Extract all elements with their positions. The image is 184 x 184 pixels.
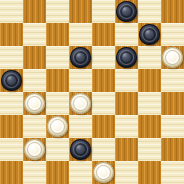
square-d8[interactable] (69, 0, 92, 23)
square-d4[interactable] (69, 92, 92, 115)
black-man-d6[interactable] (70, 47, 91, 68)
square-b8[interactable] (23, 0, 46, 23)
square-e1[interactable] (92, 161, 115, 184)
black-man-a5[interactable] (1, 70, 22, 91)
square-e8[interactable] (92, 0, 115, 23)
square-b2[interactable] (23, 138, 46, 161)
square-d3[interactable] (69, 115, 92, 138)
square-d7[interactable] (69, 23, 92, 46)
square-e2[interactable] (92, 138, 115, 161)
black-man-f8[interactable] (116, 1, 137, 22)
black-man-d2[interactable] (70, 139, 91, 160)
square-g2[interactable] (138, 138, 161, 161)
square-c8[interactable] (46, 0, 69, 23)
square-g4[interactable] (138, 92, 161, 115)
square-f3[interactable] (115, 115, 138, 138)
black-man-f6[interactable] (116, 47, 137, 68)
square-a2[interactable] (0, 138, 23, 161)
square-f4[interactable] (115, 92, 138, 115)
square-b6[interactable] (23, 46, 46, 69)
white-man-b4[interactable] (24, 93, 45, 114)
square-g3[interactable] (138, 115, 161, 138)
square-e3[interactable] (92, 115, 115, 138)
square-g6[interactable] (138, 46, 161, 69)
square-h7[interactable] (161, 23, 184, 46)
square-c6[interactable] (46, 46, 69, 69)
square-c4[interactable] (46, 92, 69, 115)
square-f8[interactable] (115, 0, 138, 23)
square-b1[interactable] (23, 161, 46, 184)
square-e6[interactable] (92, 46, 115, 69)
square-h3[interactable] (161, 115, 184, 138)
square-d2[interactable] (69, 138, 92, 161)
square-e4[interactable] (92, 92, 115, 115)
square-a3[interactable] (0, 115, 23, 138)
square-b5[interactable] (23, 69, 46, 92)
square-g8[interactable] (138, 0, 161, 23)
square-c1[interactable] (46, 161, 69, 184)
square-d5[interactable] (69, 69, 92, 92)
square-a4[interactable] (0, 92, 23, 115)
square-c5[interactable] (46, 69, 69, 92)
square-f7[interactable] (115, 23, 138, 46)
square-f2[interactable] (115, 138, 138, 161)
square-a1[interactable] (0, 161, 23, 184)
square-h5[interactable] (161, 69, 184, 92)
square-f5[interactable] (115, 69, 138, 92)
square-d6[interactable] (69, 46, 92, 69)
square-e5[interactable] (92, 69, 115, 92)
square-e7[interactable] (92, 23, 115, 46)
square-b4[interactable] (23, 92, 46, 115)
square-g5[interactable] (138, 69, 161, 92)
square-f6[interactable] (115, 46, 138, 69)
square-g7[interactable] (138, 23, 161, 46)
square-h4[interactable] (161, 92, 184, 115)
square-h8[interactable] (161, 0, 184, 23)
square-g1[interactable] (138, 161, 161, 184)
square-h6[interactable] (161, 46, 184, 69)
square-h1[interactable] (161, 161, 184, 184)
square-d1[interactable] (69, 161, 92, 184)
white-man-d4[interactable] (70, 93, 91, 114)
white-man-c3[interactable] (47, 116, 68, 137)
square-c7[interactable] (46, 23, 69, 46)
square-c3[interactable] (46, 115, 69, 138)
square-a5[interactable] (0, 69, 23, 92)
square-a6[interactable] (0, 46, 23, 69)
white-man-e1[interactable] (93, 162, 114, 183)
square-a7[interactable] (0, 23, 23, 46)
square-f1[interactable] (115, 161, 138, 184)
square-b7[interactable] (23, 23, 46, 46)
square-a8[interactable] (0, 0, 23, 23)
black-man-g7[interactable] (139, 24, 160, 45)
white-man-h6[interactable] (162, 47, 183, 68)
square-b3[interactable] (23, 115, 46, 138)
square-c2[interactable] (46, 138, 69, 161)
checkers-board (0, 0, 184, 184)
square-h2[interactable] (161, 138, 184, 161)
white-man-b2[interactable] (24, 139, 45, 160)
